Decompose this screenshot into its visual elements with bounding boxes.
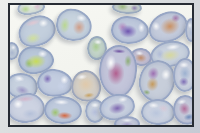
- glass-bead: [140, 98, 176, 126]
- glass-bead: [173, 58, 194, 92]
- glass-bead: [8, 92, 46, 125]
- glass-bead: [170, 93, 194, 127]
- glass-bead: [36, 67, 75, 99]
- glass-bead: [111, 15, 150, 44]
- bead-product-photo: [0, 0, 200, 133]
- glass-bead: [98, 44, 139, 98]
- glass-bead: [54, 7, 94, 44]
- glass-bead: [114, 116, 140, 127]
- glass-bead: [44, 95, 83, 124]
- bead-field: [8, 3, 194, 127]
- glass-bead: [112, 3, 143, 15]
- glass-bead: [15, 12, 59, 51]
- glass-bead: [185, 18, 194, 42]
